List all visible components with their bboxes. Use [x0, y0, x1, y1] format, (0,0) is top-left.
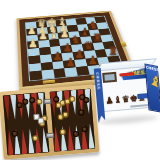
backgammon-hinge-icon: [43, 99, 51, 105]
chess-piece[interactable]: ♝: [49, 30, 59, 41]
backgammon-point[interactable]: [66, 125, 74, 151]
chess-piece[interactable]: ♞: [71, 34, 81, 45]
brass-clasp-icon: [120, 41, 127, 47]
box-left-edge-text: CHESS: [95, 72, 101, 90]
chess-square[interactable]: ♝: [48, 33, 59, 40]
backgammon-board: [0, 84, 100, 159]
chess-square[interactable]: [28, 48, 40, 56]
chess-piece[interactable]: ♜: [108, 45, 118, 56]
box-shadow: [98, 114, 158, 125]
chess-piece[interactable]: ♟: [65, 57, 76, 69]
chess-piece[interactable]: ♜: [93, 32, 103, 43]
chess-piece[interactable]: ♟: [62, 42, 72, 53]
backgammon-hinge-icon: [46, 133, 54, 139]
chess-piece[interactable]: ♟: [60, 29, 70, 40]
backgammon-point[interactable]: [73, 124, 81, 150]
chess-piece[interactable]: ♟: [38, 31, 48, 42]
chess-square[interactable]: [30, 71, 43, 81]
backgammon-point[interactable]: [87, 123, 95, 149]
chess-square[interactable]: ♜: [105, 48, 118, 56]
chess-square[interactable]: ♟: [37, 34, 48, 42]
backgammon-points-top-left: [3, 92, 46, 120]
chess-square[interactable]: ♟: [51, 53, 63, 62]
chess-square[interactable]: ♟: [27, 41, 38, 49]
chess-piece[interactable]: ♟: [75, 48, 85, 60]
backgammon-point[interactable]: [52, 126, 60, 152]
brass-hinge-icon: [43, 80, 56, 85]
backgammon-point[interactable]: [38, 92, 46, 118]
backgammon-point[interactable]: [3, 95, 11, 121]
backgammon-points-bottom-right: [52, 123, 95, 151]
backgammon-point[interactable]: [41, 127, 49, 153]
chess-piece[interactable]: ♛: [84, 40, 94, 51]
chess-piece[interactable]: ♟: [52, 50, 62, 62]
chess-square[interactable]: ♟: [26, 28, 37, 35]
chess-square[interactable]: ♟: [63, 60, 76, 69]
chess-square[interactable]: [49, 39, 61, 47]
chess-box[interactable]: CHESS ♟♝♛♚♜♞♟ CHESS ♝ CHESS: [89, 58, 160, 128]
chess-square[interactable]: ♟: [58, 32, 70, 39]
chess-piece[interactable]: ♟: [27, 25, 37, 36]
chess-piece[interactable]: ♞: [89, 20, 98, 30]
box-board-thumbnail: [102, 72, 117, 83]
chess-piece[interactable]: ♟: [28, 38, 38, 49]
chess-piece[interactable]: ♝: [80, 27, 90, 38]
die[interactable]: [38, 117, 44, 123]
backgammon-point[interactable]: [20, 129, 28, 155]
yellow-chess-piece-icon: ♝: [148, 72, 160, 90]
